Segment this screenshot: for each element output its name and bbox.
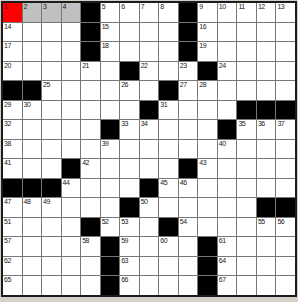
grid-cell[interactable]: 55 bbox=[257, 218, 276, 237]
black-cell bbox=[3, 179, 22, 198]
clue-number: 15 bbox=[102, 23, 109, 31]
clue-number: 60 bbox=[160, 237, 167, 245]
grid-cell[interactable]: 5 bbox=[101, 3, 120, 22]
grid-cell[interactable]: 9 bbox=[198, 3, 217, 22]
grid-cell[interactable] bbox=[62, 120, 81, 139]
grid-cell[interactable] bbox=[198, 101, 217, 120]
grid-cell[interactable]: 26 bbox=[120, 81, 139, 100]
black-cell bbox=[81, 3, 100, 22]
clue-number: 66 bbox=[121, 276, 128, 284]
grid-cell[interactable] bbox=[257, 23, 276, 42]
clue-number: 3 bbox=[43, 3, 46, 11]
clue-number: 40 bbox=[219, 140, 226, 148]
grid-cell[interactable] bbox=[179, 237, 198, 256]
grid-cell[interactable]: 65 bbox=[3, 276, 22, 295]
grid-cell[interactable] bbox=[62, 198, 81, 217]
grid-cell[interactable]: 10 bbox=[218, 3, 237, 22]
black-cell bbox=[179, 3, 198, 22]
grid-cell[interactable]: 36 bbox=[257, 120, 276, 139]
clue-number: 38 bbox=[4, 140, 11, 148]
grid-cell[interactable] bbox=[198, 120, 217, 139]
clue-number: 46 bbox=[180, 179, 187, 187]
clue-number: 21 bbox=[82, 62, 89, 70]
grid-cell[interactable] bbox=[276, 276, 295, 295]
grid-cell[interactable]: 39 bbox=[101, 140, 120, 159]
clue-number: 13 bbox=[277, 3, 284, 11]
black-cell bbox=[198, 62, 217, 81]
grid-cell[interactable]: 41 bbox=[3, 159, 22, 178]
clue-number: 31 bbox=[160, 101, 167, 109]
grid-cell[interactable] bbox=[101, 81, 120, 100]
grid-cell[interactable] bbox=[62, 23, 81, 42]
black-cell bbox=[198, 237, 217, 256]
grid-cell[interactable] bbox=[276, 23, 295, 42]
grid-cell[interactable] bbox=[81, 276, 100, 295]
grid-cell[interactable] bbox=[179, 276, 198, 295]
grid-cell[interactable]: 29 bbox=[3, 101, 22, 120]
grid-cell[interactable] bbox=[23, 218, 42, 237]
clue-number: 48 bbox=[24, 198, 31, 206]
grid-cell[interactable] bbox=[237, 257, 256, 276]
black-cell bbox=[120, 62, 139, 81]
clue-number: 39 bbox=[102, 140, 109, 148]
grid-cell[interactable] bbox=[237, 218, 256, 237]
grid-cell[interactable] bbox=[62, 42, 81, 61]
grid-cell[interactable] bbox=[237, 276, 256, 295]
grid-cell[interactable] bbox=[42, 101, 61, 120]
clue-number: 64 bbox=[219, 257, 226, 265]
grid-cell[interactable] bbox=[62, 276, 81, 295]
grid-cell[interactable]: 64 bbox=[218, 257, 237, 276]
grid-cell[interactable] bbox=[23, 23, 42, 42]
grid-cell[interactable] bbox=[237, 81, 256, 100]
black-cell bbox=[140, 179, 159, 198]
grid-cell[interactable] bbox=[81, 257, 100, 276]
clue-number: 35 bbox=[238, 120, 245, 128]
grid-cell[interactable] bbox=[120, 42, 139, 61]
grid-cell[interactable]: 44 bbox=[62, 179, 81, 198]
grid-cell[interactable]: 34 bbox=[140, 120, 159, 139]
grid-cell[interactable]: 59 bbox=[120, 237, 139, 256]
clue-number: 56 bbox=[277, 218, 284, 226]
black-cell bbox=[101, 120, 120, 139]
clue-number: 44 bbox=[63, 179, 70, 187]
grid-cell[interactable]: 11 bbox=[237, 3, 256, 22]
grid-cell[interactable]: 57 bbox=[3, 237, 22, 256]
clue-number: 23 bbox=[180, 62, 187, 70]
grid-cell[interactable] bbox=[62, 140, 81, 159]
grid-cell[interactable]: 32 bbox=[3, 120, 22, 139]
grid-cell[interactable] bbox=[237, 62, 256, 81]
grid-cell[interactable] bbox=[159, 257, 178, 276]
black-cell bbox=[23, 81, 42, 100]
grid-cell[interactable] bbox=[120, 159, 139, 178]
grid-cell[interactable] bbox=[42, 62, 61, 81]
black-cell bbox=[23, 179, 42, 198]
grid-cell[interactable]: 6 bbox=[120, 3, 139, 22]
grid-cell[interactable] bbox=[62, 101, 81, 120]
clue-number: 58 bbox=[82, 237, 89, 245]
grid-cell[interactable]: 22 bbox=[140, 62, 159, 81]
grid-cell[interactable] bbox=[120, 23, 139, 42]
black-cell bbox=[101, 237, 120, 256]
grid-cell[interactable] bbox=[23, 257, 42, 276]
grid-cell[interactable] bbox=[42, 276, 61, 295]
grid-cell[interactable] bbox=[257, 42, 276, 61]
grid-cell[interactable] bbox=[237, 42, 256, 61]
grid-cell[interactable] bbox=[257, 257, 276, 276]
grid-cell[interactable]: 50 bbox=[140, 198, 159, 217]
grid-cell[interactable] bbox=[42, 159, 61, 178]
grid-cell[interactable]: 56 bbox=[276, 218, 295, 237]
grid-cell[interactable] bbox=[42, 237, 61, 256]
grid-cell[interactable] bbox=[257, 159, 276, 178]
grid-cell[interactable] bbox=[62, 81, 81, 100]
clue-number: 62 bbox=[4, 257, 11, 265]
grid-cell[interactable] bbox=[62, 62, 81, 81]
grid-cell[interactable] bbox=[81, 120, 100, 139]
grid-cell[interactable] bbox=[218, 198, 237, 217]
grid-cell[interactable]: 20 bbox=[3, 62, 22, 81]
highlighted-cell[interactable]: 3 bbox=[42, 3, 61, 22]
grid-cell[interactable] bbox=[42, 218, 61, 237]
grid-cell[interactable] bbox=[276, 237, 295, 256]
grid-cell[interactable]: 13 bbox=[276, 3, 295, 22]
grid-cell[interactable]: 31 bbox=[159, 101, 178, 120]
grid-cell[interactable]: 18 bbox=[101, 42, 120, 61]
clue-number: 65 bbox=[4, 276, 11, 284]
grid-cell[interactable] bbox=[101, 62, 120, 81]
black-cell bbox=[101, 257, 120, 276]
grid-cell[interactable] bbox=[159, 62, 178, 81]
clue-number: 2 bbox=[24, 3, 27, 11]
grid-cell[interactable] bbox=[120, 140, 139, 159]
black-cell bbox=[276, 101, 295, 120]
grid-cell[interactable] bbox=[81, 179, 100, 198]
black-cell bbox=[179, 159, 198, 178]
grid-cell[interactable] bbox=[237, 140, 256, 159]
clue-number: 18 bbox=[102, 42, 109, 50]
highlighted-cell[interactable]: 4 bbox=[62, 3, 81, 22]
grid-cell[interactable] bbox=[276, 140, 295, 159]
grid-cell[interactable] bbox=[159, 159, 178, 178]
clue-number: 4 bbox=[63, 3, 66, 11]
grid-cell[interactable] bbox=[218, 23, 237, 42]
grid-cell[interactable]: 62 bbox=[3, 257, 22, 276]
grid-cell[interactable]: 15 bbox=[101, 23, 120, 42]
grid-cell[interactable] bbox=[140, 257, 159, 276]
black-cell bbox=[3, 81, 22, 100]
grid-cell[interactable] bbox=[179, 101, 198, 120]
clue-number: 52 bbox=[102, 218, 109, 226]
clue-number: 45 bbox=[160, 179, 167, 187]
grid-cell[interactable] bbox=[23, 140, 42, 159]
clue-number: 19 bbox=[199, 42, 206, 50]
grid-cell[interactable] bbox=[81, 101, 100, 120]
grid-cell[interactable]: 30 bbox=[23, 101, 42, 120]
grid-cell[interactable] bbox=[42, 120, 61, 139]
clue-number: 42 bbox=[82, 159, 89, 167]
grid-cell[interactable] bbox=[140, 159, 159, 178]
grid-cell[interactable] bbox=[257, 237, 276, 256]
grid-cell[interactable]: 38 bbox=[3, 140, 22, 159]
grid-cell[interactable] bbox=[179, 257, 198, 276]
grid-cell[interactable]: 60 bbox=[159, 237, 178, 256]
clue-number: 26 bbox=[121, 81, 128, 89]
grid-cell[interactable]: 23 bbox=[179, 62, 198, 81]
grid-cell[interactable]: 40 bbox=[218, 140, 237, 159]
grid-cell[interactable]: 61 bbox=[218, 237, 237, 256]
grid-cell[interactable] bbox=[198, 198, 217, 217]
grid-cell[interactable] bbox=[140, 218, 159, 237]
grid-cell[interactable] bbox=[159, 42, 178, 61]
clue-number: 14 bbox=[4, 23, 11, 31]
black-cell bbox=[237, 101, 256, 120]
black-cell bbox=[179, 42, 198, 61]
black-cell bbox=[276, 198, 295, 217]
grid-cell[interactable] bbox=[23, 42, 42, 61]
grid-cell[interactable] bbox=[179, 198, 198, 217]
clue-number: 54 bbox=[180, 218, 187, 226]
clue-number: 50 bbox=[141, 198, 148, 206]
clue-number: 41 bbox=[4, 159, 11, 167]
grid-cell[interactable] bbox=[179, 140, 198, 159]
grid-cell[interactable] bbox=[62, 218, 81, 237]
grid-cell[interactable] bbox=[101, 101, 120, 120]
grid-cell[interactable]: 49 bbox=[42, 198, 61, 217]
clue-number: 27 bbox=[180, 81, 187, 89]
clue-number: 20 bbox=[4, 62, 11, 70]
grid-cell[interactable]: 52 bbox=[101, 218, 120, 237]
grid-cell[interactable] bbox=[23, 276, 42, 295]
grid-cell[interactable]: 27 bbox=[179, 81, 198, 100]
grid-cell[interactable]: 37 bbox=[276, 120, 295, 139]
black-cell bbox=[198, 276, 217, 295]
grid-cell[interactable] bbox=[218, 159, 237, 178]
grid-cell[interactable] bbox=[159, 140, 178, 159]
grid-cell[interactable] bbox=[42, 23, 61, 42]
black-cell bbox=[140, 101, 159, 120]
grid-cell[interactable]: 17 bbox=[3, 42, 22, 61]
grid-cell[interactable] bbox=[257, 62, 276, 81]
grid-cell[interactable] bbox=[140, 237, 159, 256]
grid-cell[interactable] bbox=[159, 198, 178, 217]
clue-number: 9 bbox=[199, 3, 202, 11]
grid-cell[interactable]: 25 bbox=[42, 81, 61, 100]
clue-number: 28 bbox=[199, 81, 206, 89]
grid-cell[interactable]: 35 bbox=[237, 120, 256, 139]
clue-number: 63 bbox=[121, 257, 128, 265]
black-cell bbox=[81, 218, 100, 237]
black-cell bbox=[257, 198, 276, 217]
black-cell bbox=[81, 23, 100, 42]
grid-cell[interactable]: 16 bbox=[198, 23, 217, 42]
clue-number: 10 bbox=[219, 3, 226, 11]
clue-number: 8 bbox=[160, 3, 163, 11]
clue-number: 47 bbox=[4, 198, 11, 206]
clue-number: 32 bbox=[4, 120, 11, 128]
grid-cell[interactable] bbox=[23, 62, 42, 81]
grid-cell[interactable]: 21 bbox=[81, 62, 100, 81]
clue-number: 61 bbox=[219, 237, 226, 245]
clue-number: 29 bbox=[4, 101, 11, 109]
clue-number: 37 bbox=[277, 120, 284, 128]
grid-cell[interactable]: 28 bbox=[198, 81, 217, 100]
grid-cell[interactable]: 43 bbox=[198, 159, 217, 178]
grid-cell[interactable]: 48 bbox=[23, 198, 42, 217]
grid-cell[interactable] bbox=[276, 62, 295, 81]
clue-number: 25 bbox=[43, 81, 50, 89]
grid-cell[interactable] bbox=[237, 159, 256, 178]
grid-cell[interactable] bbox=[276, 179, 295, 198]
grid-cell[interactable] bbox=[257, 140, 276, 159]
grid-cell[interactable] bbox=[237, 179, 256, 198]
clue-number: 53 bbox=[121, 218, 128, 226]
grid-cell[interactable] bbox=[159, 120, 178, 139]
black-cell bbox=[62, 159, 81, 178]
grid-cell[interactable] bbox=[218, 179, 237, 198]
grid-cell[interactable] bbox=[101, 179, 120, 198]
grid-cell[interactable] bbox=[120, 179, 139, 198]
active-cell[interactable]: 1 bbox=[3, 3, 22, 22]
clue-number: 11 bbox=[238, 3, 244, 11]
grid-cell[interactable]: 19 bbox=[198, 42, 217, 61]
grid-cell[interactable] bbox=[198, 218, 217, 237]
grid-cell[interactable] bbox=[276, 159, 295, 178]
clue-number: 16 bbox=[199, 23, 206, 31]
clue-number: 59 bbox=[121, 237, 128, 245]
grid-cell[interactable] bbox=[140, 81, 159, 100]
clue-number: 7 bbox=[141, 3, 144, 11]
grid-cell[interactable] bbox=[140, 42, 159, 61]
highlighted-cell[interactable]: 2 bbox=[23, 3, 42, 22]
grid-cell[interactable]: 7 bbox=[140, 3, 159, 22]
grid-cell[interactable]: 46 bbox=[179, 179, 198, 198]
grid-cell[interactable] bbox=[218, 218, 237, 237]
clue-number: 34 bbox=[141, 120, 148, 128]
clue-number: 43 bbox=[199, 159, 206, 167]
grid-cell[interactable] bbox=[218, 81, 237, 100]
grid-cell[interactable]: 58 bbox=[81, 237, 100, 256]
grid-cell[interactable] bbox=[140, 140, 159, 159]
grid-cell[interactable] bbox=[276, 42, 295, 61]
grid-cell[interactable]: 12 bbox=[257, 3, 276, 22]
grid-cell[interactable] bbox=[42, 42, 61, 61]
grid-cell[interactable] bbox=[257, 276, 276, 295]
grid-cell[interactable]: 24 bbox=[218, 62, 237, 81]
grid-cell[interactable]: 54 bbox=[179, 218, 198, 237]
grid-cell[interactable] bbox=[257, 179, 276, 198]
grid-cell[interactable] bbox=[101, 159, 120, 178]
grid-cell[interactable] bbox=[237, 198, 256, 217]
grid-cell[interactable] bbox=[23, 120, 42, 139]
black-cell bbox=[159, 218, 178, 237]
grid-cell[interactable] bbox=[140, 23, 159, 42]
clue-number: 57 bbox=[4, 237, 11, 245]
crossword-grid: 1234567891011121314151617181920212223242… bbox=[1, 1, 297, 297]
grid-cell[interactable] bbox=[23, 159, 42, 178]
grid-cell[interactable] bbox=[218, 101, 237, 120]
clue-number: 6 bbox=[121, 3, 124, 11]
clue-number: 33 bbox=[121, 120, 128, 128]
black-cell bbox=[179, 23, 198, 42]
grid-cell[interactable]: 8 bbox=[159, 3, 178, 22]
clue-number: 30 bbox=[24, 101, 31, 109]
grid-cell[interactable] bbox=[179, 120, 198, 139]
grid-cell[interactable]: 14 bbox=[3, 23, 22, 42]
grid-cell[interactable] bbox=[42, 140, 61, 159]
grid-cell[interactable] bbox=[101, 198, 120, 217]
clue-number: 67 bbox=[219, 276, 226, 284]
grid-cell[interactable] bbox=[81, 81, 100, 100]
grid-cell[interactable]: 47 bbox=[3, 198, 22, 217]
black-cell bbox=[218, 120, 237, 139]
black-cell bbox=[81, 42, 100, 61]
clue-number: 12 bbox=[258, 3, 265, 11]
grid-cell[interactable]: 51 bbox=[3, 218, 22, 237]
black-cell bbox=[198, 257, 217, 276]
clue-number: 17 bbox=[4, 42, 11, 50]
black-cell bbox=[120, 198, 139, 217]
clue-number: 22 bbox=[141, 62, 148, 70]
clue-number: 5 bbox=[102, 3, 105, 11]
black-cell bbox=[101, 276, 120, 295]
grid-cell[interactable]: 53 bbox=[120, 218, 139, 237]
black-cell bbox=[257, 101, 276, 120]
grid-cell[interactable]: 66 bbox=[120, 276, 139, 295]
grid-cell[interactable] bbox=[42, 257, 61, 276]
grid-cell[interactable] bbox=[276, 81, 295, 100]
grid-cell[interactable]: 67 bbox=[218, 276, 237, 295]
grid-cell[interactable] bbox=[159, 276, 178, 295]
grid-cell[interactable] bbox=[62, 237, 81, 256]
black-cell bbox=[42, 179, 61, 198]
grid-cell[interactable] bbox=[257, 81, 276, 100]
grid-cell[interactable] bbox=[81, 198, 100, 217]
grid-cell[interactable] bbox=[140, 276, 159, 295]
grid-cell[interactable] bbox=[237, 23, 256, 42]
black-cell bbox=[159, 81, 178, 100]
grid-cell[interactable] bbox=[120, 101, 139, 120]
grid-cell[interactable] bbox=[81, 140, 100, 159]
grid-cell[interactable] bbox=[276, 257, 295, 276]
grid-cell[interactable]: 45 bbox=[159, 179, 178, 198]
clue-number: 49 bbox=[43, 198, 50, 206]
clue-number: 36 bbox=[258, 120, 265, 128]
grid-cell[interactable] bbox=[198, 179, 217, 198]
clue-number: 1 bbox=[4, 3, 7, 11]
grid-cell[interactable] bbox=[159, 23, 178, 42]
grid-cell[interactable] bbox=[198, 140, 217, 159]
grid-cell[interactable]: 33 bbox=[120, 120, 139, 139]
grid-cell[interactable] bbox=[62, 257, 81, 276]
grid-cell[interactable] bbox=[237, 237, 256, 256]
grid-cell[interactable]: 63 bbox=[120, 257, 139, 276]
grid-cell[interactable]: 42 bbox=[81, 159, 100, 178]
clue-number: 24 bbox=[219, 62, 226, 70]
grid-cell[interactable] bbox=[218, 42, 237, 61]
clue-number: 55 bbox=[258, 218, 265, 226]
grid-cell[interactable] bbox=[23, 237, 42, 256]
clue-number: 51 bbox=[4, 218, 11, 226]
